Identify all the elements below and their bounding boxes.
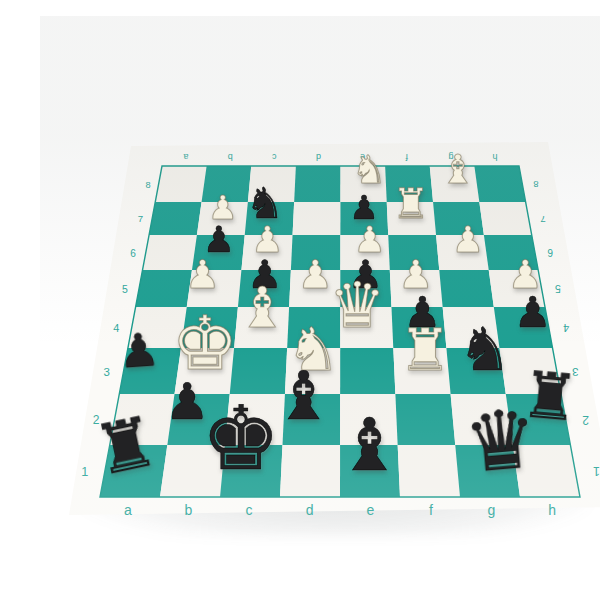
file-label-top-c: c — [272, 152, 277, 162]
square-g3 — [446, 348, 505, 394]
rank-label-right-7: 7 — [540, 214, 545, 225]
file-label-bottom-d: d — [306, 502, 314, 518]
square-a7 — [149, 202, 201, 235]
square-d6 — [291, 235, 341, 270]
rank-label-left-6: 6 — [130, 248, 136, 259]
square-c8 — [248, 166, 296, 202]
rank-label-left-3: 3 — [104, 366, 110, 378]
square-b5 — [187, 270, 242, 307]
square-g2 — [451, 394, 513, 445]
rank-label-right-1: 1 — [593, 464, 600, 478]
square-g6 — [436, 235, 489, 270]
file-label-bottom-c: c — [246, 502, 253, 518]
square-b1 — [160, 445, 225, 497]
file-label-top-e: e — [360, 152, 365, 162]
square-f5 — [390, 270, 443, 307]
square-g8 — [430, 166, 480, 202]
square-a3 — [119, 348, 181, 394]
rank-label-left-2: 2 — [93, 413, 100, 427]
square-d2 — [282, 394, 340, 445]
square-c6 — [241, 235, 292, 270]
rank-label-right-8: 8 — [533, 179, 538, 189]
square-g4 — [443, 307, 500, 348]
square-e2 — [340, 394, 398, 445]
rank-label-right-6: 6 — [547, 247, 553, 258]
square-e6 — [340, 235, 389, 270]
square-e1 — [340, 445, 400, 497]
square-e5 — [340, 270, 391, 307]
file-label-bottom-h: h — [548, 502, 556, 518]
square-b4 — [181, 307, 238, 348]
square-a4 — [128, 307, 187, 348]
square-h5 — [489, 270, 545, 307]
square-d3 — [285, 348, 340, 394]
file-label-bottom-g: g — [488, 502, 496, 518]
chess-set-photo: aabbccddeeffgghh8877665544332211 ♞♝♟♞♟♜♟… — [40, 16, 600, 600]
rank-label-left-5: 5 — [122, 284, 128, 295]
file-label-bottom-f: f — [429, 502, 433, 518]
file-label-top-a: a — [183, 152, 188, 162]
square-d7 — [293, 202, 341, 235]
square-d4 — [287, 307, 340, 348]
square-c3 — [230, 348, 287, 394]
square-b2 — [167, 394, 229, 445]
rank-label-left-1: 1 — [81, 465, 88, 479]
square-a8 — [155, 166, 206, 202]
square-d1 — [280, 445, 340, 497]
rank-label-right-5: 5 — [555, 283, 561, 294]
file-label-bottom-e: e — [366, 502, 374, 518]
square-c5 — [238, 270, 291, 307]
square-h2 — [506, 394, 571, 445]
square-g1 — [455, 445, 520, 497]
square-f6 — [388, 235, 439, 270]
square-b6 — [192, 235, 245, 270]
square-a5 — [136, 270, 192, 307]
square-a1 — [100, 445, 167, 497]
square-f1 — [398, 445, 460, 497]
square-g7 — [433, 202, 484, 235]
square-e3 — [340, 348, 395, 394]
file-label-top-d: d — [316, 152, 321, 162]
square-h8 — [474, 166, 525, 202]
square-h4 — [494, 307, 553, 348]
square-a2 — [110, 394, 175, 445]
square-f4 — [391, 307, 446, 348]
rank-label-left-7: 7 — [138, 213, 143, 224]
square-h6 — [484, 235, 538, 270]
file-label-bottom-a: a — [124, 502, 132, 518]
rank-label-left-4: 4 — [113, 322, 119, 334]
rank-label-right-3: 3 — [572, 366, 578, 378]
square-c1 — [220, 445, 282, 497]
square-d5 — [289, 270, 340, 307]
file-label-top-h: h — [493, 152, 498, 162]
rank-label-right-4: 4 — [563, 322, 569, 334]
square-d8 — [294, 166, 340, 202]
square-f8 — [385, 166, 433, 202]
rank-label-right-2: 2 — [582, 413, 589, 427]
square-h7 — [479, 202, 531, 235]
square-f2 — [395, 394, 455, 445]
file-label-bottom-b: b — [185, 502, 193, 518]
square-f7 — [387, 202, 436, 235]
square-c2 — [225, 394, 285, 445]
square-g5 — [439, 270, 494, 307]
square-e8 — [340, 166, 386, 202]
square-b8 — [202, 166, 252, 202]
square-c7 — [245, 202, 294, 235]
square-c4 — [234, 307, 289, 348]
square-b3 — [175, 348, 235, 394]
square-a6 — [143, 235, 197, 270]
square-b7 — [197, 202, 248, 235]
rank-label-left-8: 8 — [145, 180, 150, 190]
square-h1 — [513, 445, 580, 497]
square-e4 — [340, 307, 393, 348]
chessboard-mat: aabbccddeeffgghh8877665544332211 — [40, 16, 600, 600]
file-label-top-g: g — [448, 152, 453, 162]
square-f3 — [393, 348, 450, 394]
square-h3 — [499, 348, 561, 394]
square-e7 — [340, 202, 388, 235]
file-label-top-b: b — [228, 152, 233, 162]
